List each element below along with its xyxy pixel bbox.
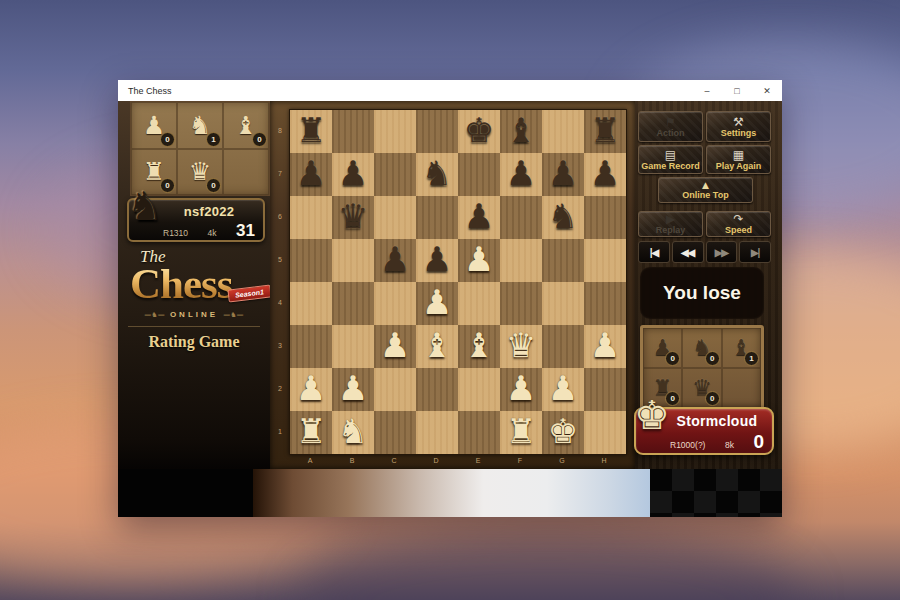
square-f7[interactable]: ♟: [500, 153, 542, 196]
play-icon: ▶: [666, 213, 675, 225]
square-a1[interactable]: ♜: [290, 411, 332, 454]
piece-black-pawn: ♟: [590, 156, 620, 190]
piece-black-rook: ♜: [590, 113, 620, 147]
square-b2[interactable]: ♟: [332, 368, 374, 411]
player-clock: 0: [753, 431, 764, 453]
captured-count-badge: 0: [252, 132, 267, 147]
square-h4[interactable]: [584, 282, 626, 325]
square-c5[interactable]: ♟: [374, 239, 416, 282]
window-controls: – □ ✕: [692, 80, 782, 101]
square-a2[interactable]: ♟: [290, 368, 332, 411]
piece-white-pawn: ♟: [506, 371, 536, 405]
player-info: Stormcloud R1000(?) 8k 0: [670, 413, 764, 453]
file-label-G: G: [541, 453, 583, 467]
player-name: nsf2022: [163, 204, 255, 219]
piece-white-king: ♚: [548, 414, 578, 448]
rewind-icon: ◀◀: [681, 247, 694, 258]
file-label-A: A: [289, 453, 331, 467]
tray-cell: ♛0: [682, 368, 721, 408]
square-d7[interactable]: ♞: [416, 153, 458, 196]
file-labels: ABCDEFGH: [289, 453, 625, 467]
square-d5[interactable]: ♟: [416, 239, 458, 282]
player-rating: R1310: [163, 228, 188, 238]
rank-label-8: 8: [273, 109, 287, 152]
piece-white-bishop: ♝: [422, 328, 452, 362]
board-grid-icon: ▦: [733, 149, 744, 161]
minimize-button[interactable]: –: [692, 80, 722, 101]
square-f1[interactable]: ♜: [500, 411, 542, 454]
captured-count-badge: 0: [206, 178, 221, 193]
square-g4[interactable]: [542, 282, 584, 325]
skip-start-icon: |◀: [650, 247, 659, 258]
square-e2[interactable]: [458, 368, 500, 411]
piece-black-knight: ♞: [548, 199, 578, 233]
captured-count-badge: 0: [705, 391, 720, 406]
app-window: The Chess – □ ✕ ♟0♞1♝0♜0♛0 ♞ nsf2022 R13…: [118, 80, 782, 517]
square-g5[interactable]: [542, 239, 584, 282]
close-button[interactable]: ✕: [752, 80, 782, 101]
file-label-B: B: [331, 453, 373, 467]
footer-checker-section: [650, 469, 782, 517]
captured-count-badge: 1: [206, 132, 221, 147]
square-h3[interactable]: ♟: [584, 325, 626, 368]
player-clock: 31: [236, 221, 255, 241]
tray-cell: [722, 368, 761, 408]
square-b4[interactable]: [332, 282, 374, 325]
action-label: Action: [657, 128, 685, 138]
footer-black-section: [118, 469, 253, 517]
piece-white-pawn: ♟: [296, 371, 326, 405]
square-f2[interactable]: ♟: [500, 368, 542, 411]
square-h7[interactable]: ♟: [584, 153, 626, 196]
player-plaque-opponent: ♞ nsf2022 R1310 4k 31: [127, 198, 265, 242]
game-mode-label: Rating Game: [118, 333, 270, 351]
square-c2[interactable]: [374, 368, 416, 411]
skip-end-icon: ▶|: [751, 247, 760, 258]
piece-black-queen: ♛: [338, 199, 368, 233]
fast-forward-button[interactable]: ▶▶: [706, 241, 738, 263]
rank-label-2: 2: [273, 367, 287, 410]
footer-gradient-section: [253, 469, 650, 517]
player-plaque-self: ♚ Stormcloud R1000(?) 8k 0: [634, 407, 774, 455]
piece-white-rook: ♜: [296, 414, 326, 448]
tray-cell: ♟0: [131, 102, 177, 149]
rewind-button[interactable]: ◀◀: [672, 241, 704, 263]
square-d1[interactable]: [416, 411, 458, 454]
tray-cell: ♝0: [223, 102, 269, 149]
square-e4[interactable]: [458, 282, 500, 325]
piece-white-rook: ♜: [506, 414, 536, 448]
game-result-banner: You lose: [640, 267, 764, 319]
skip-to-end-button[interactable]: ▶|: [739, 241, 771, 263]
title-bar: The Chess – □ ✕: [118, 80, 782, 101]
square-d4[interactable]: ♟: [416, 282, 458, 325]
square-a7[interactable]: ♟: [290, 153, 332, 196]
logo-online-row: —♞— ONLINE —♞—: [118, 310, 270, 319]
play-again-label: Play Again: [716, 161, 762, 171]
window-footer: [118, 469, 782, 517]
settings-button[interactable]: ⚒ Settings: [706, 111, 771, 142]
player-rating: R1000(?): [670, 440, 705, 450]
rank-labels: 87654321: [273, 109, 287, 453]
document-icon: ▤: [665, 149, 676, 161]
square-h6[interactable]: [584, 196, 626, 239]
white-king-avatar-icon: ♚: [634, 395, 670, 435]
square-h1[interactable]: [584, 411, 626, 454]
speed-label: Speed: [725, 225, 752, 235]
ornament-icon: —♞—: [223, 311, 243, 319]
speed-button[interactable]: ↷ Speed: [706, 211, 771, 237]
replay-label: Replay: [656, 225, 686, 235]
captured-count-badge: 0: [665, 351, 680, 366]
square-e5[interactable]: ♟: [458, 239, 500, 282]
player-name: Stormcloud: [670, 413, 764, 429]
square-e1[interactable]: [458, 411, 500, 454]
square-g8[interactable]: [542, 110, 584, 153]
piece-white-queen: ♛: [506, 328, 536, 362]
divider: [128, 326, 260, 327]
square-f5[interactable]: [500, 239, 542, 282]
piece-black-bishop: ♝: [506, 113, 536, 147]
up-arrow-icon: ▲: [702, 181, 709, 190]
file-label-H: H: [583, 453, 625, 467]
square-h5[interactable]: [584, 239, 626, 282]
square-f8[interactable]: ♝: [500, 110, 542, 153]
captured-count-badge: 1: [744, 351, 759, 366]
file-label-F: F: [499, 453, 541, 467]
square-c7[interactable]: [374, 153, 416, 196]
player-info: nsf2022 R1310 4k 31: [163, 204, 255, 241]
app-content: ♟0♞1♝0♜0♛0 ♞ nsf2022 R1310 4k 31 The Ch: [118, 101, 782, 469]
square-g2[interactable]: ♟: [542, 368, 584, 411]
square-b1[interactable]: ♞: [332, 411, 374, 454]
square-h2[interactable]: [584, 368, 626, 411]
square-a8[interactable]: ♜: [290, 110, 332, 153]
piece-white-pawn: ♟: [464, 242, 494, 276]
square-a4[interactable]: [290, 282, 332, 325]
piece-black-pawn: ♟: [422, 242, 452, 276]
fast-forward-icon: ▶▶: [715, 247, 728, 258]
piece-black-pawn: ♟: [548, 156, 578, 190]
tray-cell: ♟0: [643, 328, 682, 368]
square-g1[interactable]: ♚: [542, 411, 584, 454]
piece-white-pawn: ♟: [590, 328, 620, 362]
desktop-background: The Chess – □ ✕ ♟0♞1♝0♜0♛0 ♞ nsf2022 R13…: [0, 0, 900, 600]
logo-chess: Chess: [130, 259, 270, 308]
square-a6[interactable]: [290, 196, 332, 239]
settings-label: Settings: [721, 128, 757, 138]
file-label-C: C: [373, 453, 415, 467]
piece-black-pawn: ♟: [338, 156, 368, 190]
rank-label-7: 7: [273, 152, 287, 195]
square-e7[interactable]: [458, 153, 500, 196]
piece-black-pawn: ♟: [506, 156, 536, 190]
square-g3[interactable]: [542, 325, 584, 368]
online-top-button[interactable]: ▲ Online Top: [658, 177, 753, 203]
square-b7[interactable]: ♟: [332, 153, 374, 196]
captured-pieces-tray-white: ♟0♞1♝0♜0♛0: [130, 101, 270, 196]
tray-cell: ♝1: [722, 328, 761, 368]
square-d2[interactable]: [416, 368, 458, 411]
square-g7[interactable]: ♟: [542, 153, 584, 196]
square-b5[interactable]: [332, 239, 374, 282]
player-stats: R1000(?) 8k 0: [670, 431, 764, 453]
player-grade: 4k: [208, 228, 217, 238]
square-e8[interactable]: ♚: [458, 110, 500, 153]
square-d3[interactable]: ♝: [416, 325, 458, 368]
ornament-icon: —♞—: [144, 311, 164, 319]
piece-white-pawn: ♟: [548, 371, 578, 405]
rank-label-1: 1: [273, 410, 287, 453]
tools-icon: ⚒: [733, 116, 744, 128]
curved-arrow-icon: ↷: [733, 213, 743, 225]
square-f4[interactable]: [500, 282, 542, 325]
file-label-E: E: [457, 453, 499, 467]
square-e3[interactable]: ♝: [458, 325, 500, 368]
square-a5[interactable]: [290, 239, 332, 282]
replay-button[interactable]: ▶ Replay: [638, 211, 703, 237]
captured-count-badge: 0: [705, 351, 720, 366]
piece-black-pawn: ♟: [296, 156, 326, 190]
piece-black-rook: ♜: [296, 113, 326, 147]
square-g6[interactable]: ♞: [542, 196, 584, 239]
square-h8[interactable]: ♜: [584, 110, 626, 153]
tray-cell: ♛0: [177, 149, 223, 196]
piece-white-pawn: ♟: [422, 285, 452, 319]
square-b3[interactable]: [332, 325, 374, 368]
square-d6[interactable]: [416, 196, 458, 239]
square-c6[interactable]: [374, 196, 416, 239]
piece-white-bishop: ♝: [464, 328, 494, 362]
skip-to-start-button[interactable]: |◀: [638, 241, 670, 263]
cloud: [300, 530, 800, 600]
player-stats: R1310 4k 31: [163, 221, 255, 241]
app-logo: The Chess Season1 —♞— ONLINE —♞— Rating …: [118, 247, 270, 351]
square-b6[interactable]: ♛: [332, 196, 374, 239]
flag-icon: ⚑: [665, 116, 676, 128]
square-c3[interactable]: ♟: [374, 325, 416, 368]
piece-black-knight: ♞: [422, 156, 452, 190]
rank-label-5: 5: [273, 238, 287, 281]
right-panel: ⚑ Action ⚒ Settings ▤ Game Record ▦ Play…: [635, 101, 782, 469]
square-a3[interactable]: [290, 325, 332, 368]
play-again-button[interactable]: ▦ Play Again: [706, 145, 771, 174]
rank-label-4: 4: [273, 281, 287, 324]
piece-white-pawn: ♟: [338, 371, 368, 405]
tray-cell: ♞0: [682, 328, 721, 368]
online-top-label: Online Top: [682, 190, 728, 200]
tray-cell: [223, 149, 269, 196]
square-d8[interactable]: [416, 110, 458, 153]
file-label-D: D: [415, 453, 457, 467]
rank-label-3: 3: [273, 324, 287, 367]
player-grade: 8k: [725, 440, 734, 450]
square-c8[interactable]: [374, 110, 416, 153]
piece-black-king: ♚: [464, 113, 494, 147]
square-f6[interactable]: [500, 196, 542, 239]
piece-white-pawn: ♟: [380, 328, 410, 362]
chess-board: 87654321 ♜♚♝♜♟♟♞♟♟♟♛♟♞♟♟♟♟♟♝♝♛♟♟♟♟♟♜♞♜♚ …: [270, 101, 635, 469]
piece-white-knight: ♞: [338, 414, 368, 448]
square-e6[interactable]: ♟: [458, 196, 500, 239]
logo-online: ONLINE: [170, 310, 218, 319]
game-record-label: Game Record: [641, 161, 700, 171]
playback-controls: |◀ ◀◀ ▶▶ ▶|: [638, 241, 771, 263]
rank-label-6: 6: [273, 195, 287, 238]
window-title: The Chess: [118, 86, 692, 96]
board-squares: ♜♚♝♜♟♟♞♟♟♟♛♟♞♟♟♟♟♟♝♝♛♟♟♟♟♟♜♞♜♚: [289, 109, 627, 455]
action-button[interactable]: ⚑ Action: [638, 111, 703, 142]
piece-black-pawn: ♟: [464, 199, 494, 233]
piece-black-pawn: ♟: [380, 242, 410, 276]
maximize-button[interactable]: □: [722, 80, 752, 101]
tray-cell: ♞1: [177, 102, 223, 149]
square-c1[interactable]: [374, 411, 416, 454]
captured-count-badge: 0: [160, 132, 175, 147]
square-b8[interactable]: [332, 110, 374, 153]
game-record-button[interactable]: ▤ Game Record: [638, 145, 703, 174]
left-panel: ♟0♞1♝0♜0♛0 ♞ nsf2022 R1310 4k 31 The Ch: [118, 101, 270, 469]
square-c4[interactable]: [374, 282, 416, 325]
black-knight-avatar-icon: ♞: [127, 186, 163, 226]
square-f3[interactable]: ♛: [500, 325, 542, 368]
